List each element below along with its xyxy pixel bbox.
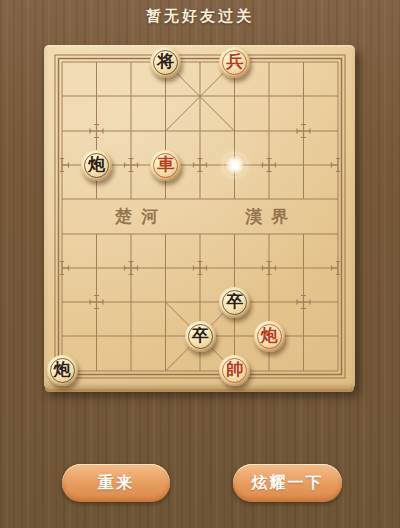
piece-glyph: 炮 (261, 327, 278, 344)
xiangqi-board: 楚河 漢界 将兵炮車卒卒炮炮帥 (44, 45, 355, 389)
piece-glyph: 将 (157, 53, 174, 70)
piece-glyph: 卒 (192, 327, 209, 344)
last-move-sparkle (224, 154, 246, 176)
piece-black-cannon[interactable]: 炮 (81, 150, 112, 181)
piece-red-chariot[interactable]: 車 (150, 150, 181, 181)
restart-button[interactable]: 重来 (62, 464, 170, 502)
piece-glyph: 炮 (88, 156, 105, 173)
piece-red-cannon[interactable]: 炮 (254, 321, 285, 352)
piece-black-soldier[interactable]: 卒 (219, 287, 250, 318)
page-title: 暂无好友过关 (0, 7, 400, 26)
piece-glyph: 帥 (226, 361, 243, 378)
app-background: { "header": { "title": "暂无好友过关" }, "game… (0, 0, 400, 528)
piece-glyph: 炮 (54, 361, 71, 378)
piece-glyph: 卒 (226, 293, 243, 310)
piece-layer: 将兵炮車卒卒炮炮帥 (45, 45, 356, 388)
piece-glyph: 車 (157, 156, 174, 173)
piece-glyph: 兵 (226, 53, 243, 70)
piece-red-general[interactable]: 帥 (219, 355, 250, 386)
piece-red-soldier[interactable]: 兵 (219, 47, 250, 78)
show-off-button[interactable]: 炫耀一下 (233, 464, 342, 502)
piece-black-general[interactable]: 将 (150, 47, 181, 78)
piece-black-soldier[interactable]: 卒 (185, 321, 216, 352)
piece-black-cannon[interactable]: 炮 (47, 355, 78, 386)
